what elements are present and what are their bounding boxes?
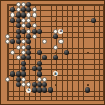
- hoshi-point: [55, 84, 57, 86]
- hoshi-point: [55, 20, 57, 22]
- black-stone: [10, 7, 15, 12]
- black-stone: [53, 34, 58, 39]
- annotation-A[interactable]: A: [58, 29, 63, 34]
- black-stone: [53, 55, 58, 60]
- white-stone: [32, 23, 37, 28]
- black-stone: [64, 50, 69, 55]
- hoshi-point: [87, 84, 89, 86]
- black-stone: [26, 45, 31, 50]
- white-stone: [21, 45, 26, 50]
- black-stone: [16, 12, 21, 17]
- black-stone: [21, 29, 26, 34]
- white-stone: [10, 12, 15, 17]
- black-stone: [26, 55, 31, 60]
- black-stone: [32, 29, 37, 34]
- black-stone: [26, 7, 31, 12]
- black-stone: [37, 66, 42, 71]
- black-stone: [32, 87, 37, 92]
- black-stone: [21, 61, 26, 66]
- white-stone: [16, 2, 21, 7]
- black-stone: [26, 2, 31, 7]
- hoshi-point: [87, 20, 89, 22]
- black-stone: [37, 87, 42, 92]
- black-stone: [42, 55, 47, 60]
- black-stone: [21, 12, 26, 17]
- black-stone: [10, 39, 15, 44]
- black-stone: [16, 23, 21, 28]
- black-stone: [16, 18, 21, 23]
- black-stone: [48, 87, 53, 92]
- black-stone: [32, 66, 37, 71]
- black-stone: [16, 34, 21, 39]
- white-stone: [26, 18, 31, 23]
- black-stone: [42, 82, 47, 87]
- white-stone: [21, 77, 26, 82]
- black-stone: [37, 29, 42, 34]
- annotation-C[interactable]: C: [26, 88, 31, 93]
- black-stone: [10, 18, 15, 23]
- black-stone: [91, 18, 96, 23]
- board-intersections: ABC: [5, 2, 105, 104]
- white-stone: [16, 45, 21, 50]
- white-stone: [53, 29, 58, 34]
- black-stone: [26, 23, 31, 28]
- white-stone: [16, 7, 21, 12]
- annotation-letter: A: [60, 29, 63, 33]
- white-stone: [21, 23, 26, 28]
- white-stone: [37, 77, 42, 82]
- black-stone: [16, 77, 21, 82]
- annotation-B[interactable]: B: [53, 71, 58, 76]
- black-stone: [16, 29, 21, 34]
- go-board[interactable]: ABC: [1, 1, 105, 105]
- black-stone: [16, 82, 21, 87]
- black-stone: [37, 82, 42, 87]
- black-stone: [26, 34, 31, 39]
- black-stone: [37, 61, 42, 66]
- white-stone: [5, 39, 10, 44]
- annotation-letter: C: [28, 88, 31, 92]
- black-stone: [21, 7, 26, 12]
- white-stone: [26, 29, 31, 34]
- black-stone: [21, 55, 26, 60]
- black-stone: [21, 66, 26, 71]
- go-game-thumbnail: ABC: [0, 0, 105, 105]
- hoshi-point: [55, 52, 57, 54]
- white-stone: [32, 34, 37, 39]
- white-stone: [21, 82, 26, 87]
- white-stone: [32, 7, 37, 12]
- black-stone: [26, 50, 31, 55]
- white-stone: [21, 2, 26, 7]
- white-stone: [26, 12, 31, 17]
- black-stone: [37, 50, 42, 55]
- white-stone: [21, 18, 26, 23]
- black-stone: [42, 87, 47, 92]
- black-stone: [21, 71, 26, 76]
- white-stone: [16, 55, 21, 60]
- white-stone: [21, 39, 26, 44]
- hoshi-point: [87, 52, 89, 54]
- white-stone: [58, 39, 63, 44]
- black-stone: [32, 82, 37, 87]
- annotation-letter: B: [54, 72, 57, 76]
- black-stone: [85, 87, 90, 92]
- white-stone: [42, 77, 47, 82]
- black-stone: [16, 71, 21, 76]
- black-stone: [37, 71, 42, 76]
- black-stone: [26, 39, 31, 44]
- white-stone: [5, 77, 10, 82]
- white-stone: [53, 45, 58, 50]
- white-stone: [21, 50, 26, 55]
- white-stone: [5, 34, 10, 39]
- white-stone: [42, 39, 47, 44]
- black-stone: [16, 39, 21, 44]
- white-stone: [10, 50, 15, 55]
- white-stone: [32, 12, 37, 17]
- black-stone: [10, 71, 15, 76]
- white-stone: [26, 82, 31, 87]
